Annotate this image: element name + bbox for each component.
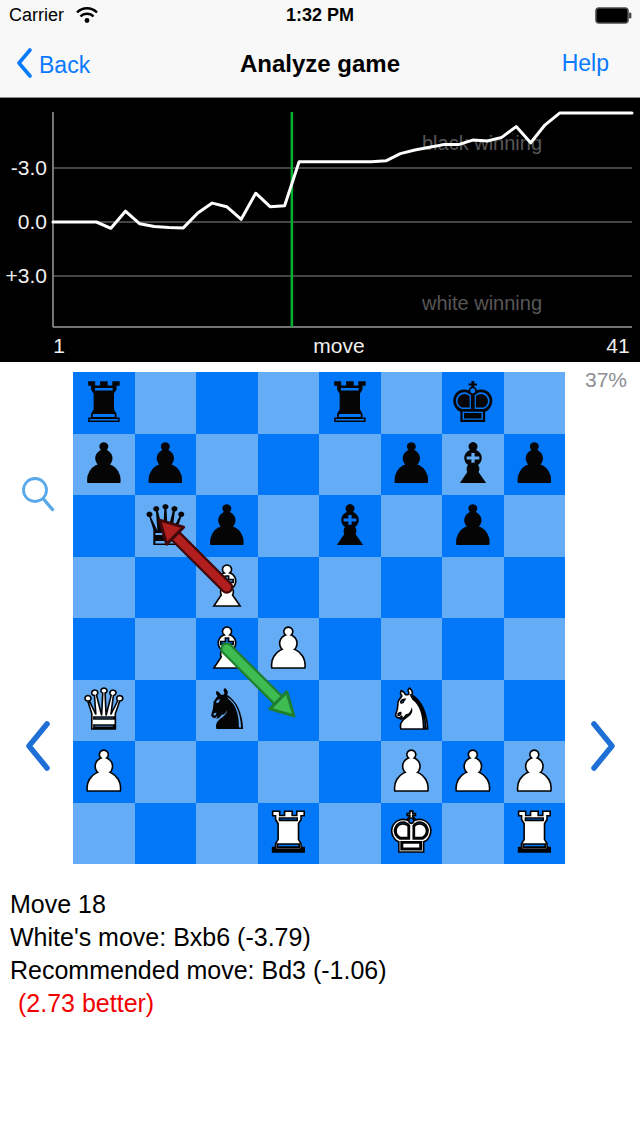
square-g8[interactable]: ♚ [442,372,504,434]
move-number-label: Move 18 [10,888,387,921]
magnifier-icon [18,506,60,523]
square-c5[interactable]: ♝ [196,557,258,619]
chess-board[interactable]: ♜♜♚♟♟♟♝♟♛♟♝♟♝♝♟♛♞♞♟♟♟♟♜♚♜ [73,372,565,864]
square-g6[interactable]: ♟ [442,495,504,557]
ytick-minus3: -3.0 [11,156,47,179]
white-pawn-g2: ♟ [448,744,498,800]
black-king-g8: ♚ [448,375,498,431]
square-h7[interactable]: ♟ [504,434,566,496]
square-f5[interactable] [381,557,443,619]
square-a2[interactable]: ♟ [73,741,135,803]
square-b1[interactable] [135,803,197,865]
square-c2[interactable] [196,741,258,803]
square-c4[interactable]: ♝ [196,618,258,680]
square-g5[interactable] [442,557,504,619]
square-a4[interactable] [73,618,135,680]
black-pawn-f7: ♟ [386,436,436,492]
square-a6[interactable] [73,495,135,557]
help-button[interactable]: Help [562,50,609,77]
battery-icon [595,7,632,28]
white-rook-d1: ♜ [263,805,313,861]
white-bishop-c4: ♝ [202,621,252,677]
black-rook-e8: ♜ [325,375,375,431]
square-d7[interactable] [258,434,320,496]
square-h2[interactable]: ♟ [504,741,566,803]
white-pawn-a2: ♟ [79,744,129,800]
eval-delta-label: (2.73 better) [10,987,387,1020]
clock: 1:32 PM [0,5,640,26]
white-rook-h1: ♜ [509,805,559,861]
square-d8[interactable] [258,372,320,434]
annotation-white-winning: white winning [421,292,542,314]
square-f8[interactable] [381,372,443,434]
square-d3[interactable] [258,680,320,742]
square-f7[interactable]: ♟ [381,434,443,496]
xtick-first: 1 [53,334,65,357]
white-pawn-h2: ♟ [509,744,559,800]
square-a1[interactable] [73,803,135,865]
square-d1[interactable]: ♜ [258,803,320,865]
square-a7[interactable]: ♟ [73,434,135,496]
chevron-left-icon [24,758,52,775]
square-c7[interactable] [196,434,258,496]
white-move-label: White's move: Bxb6 (-3.79) [10,921,387,954]
square-g1[interactable] [442,803,504,865]
square-g7[interactable]: ♝ [442,434,504,496]
black-pawn-a7: ♟ [79,436,129,492]
ytick-zero: 0.0 [18,210,47,233]
square-d5[interactable] [258,557,320,619]
square-h3[interactable] [504,680,566,742]
square-c6[interactable]: ♟ [196,495,258,557]
next-move-button[interactable] [589,720,617,776]
white-knight-f3: ♞ [386,682,436,738]
black-knight-c3: ♞ [202,682,252,738]
black-rook-a8: ♜ [79,375,129,431]
square-g2[interactable]: ♟ [442,741,504,803]
square-f1[interactable]: ♚ [381,803,443,865]
xtick-last: 41 [606,334,629,357]
status-bar: Carrier 1:32 PM [0,0,640,32]
white-queen-a3: ♛ [79,682,129,738]
square-h1[interactable]: ♜ [504,803,566,865]
square-a5[interactable] [73,557,135,619]
square-e8[interactable]: ♜ [319,372,381,434]
square-b8[interactable] [135,372,197,434]
ytick-plus3: +3.0 [6,264,47,287]
analysis-text: Move 18 White's move: Bxb6 (-3.79) Recom… [10,888,387,1020]
square-e1[interactable] [319,803,381,865]
square-e6[interactable]: ♝ [319,495,381,557]
black-pawn-c6: ♟ [202,498,252,554]
square-f6[interactable] [381,495,443,557]
square-h8[interactable] [504,372,566,434]
square-d6[interactable] [258,495,320,557]
square-a8[interactable]: ♜ [73,372,135,434]
black-bishop-e6: ♝ [325,498,375,554]
white-pawn-f2: ♟ [386,744,436,800]
square-f3[interactable]: ♞ [381,680,443,742]
square-f2[interactable]: ♟ [381,741,443,803]
square-b3[interactable] [135,680,197,742]
black-queen-b6: ♛ [140,498,190,554]
square-g4[interactable] [442,618,504,680]
black-pawn-g6: ♟ [448,498,498,554]
square-b7[interactable]: ♟ [135,434,197,496]
square-c1[interactable] [196,803,258,865]
chevron-right-icon [589,758,617,775]
square-b2[interactable] [135,741,197,803]
square-f4[interactable] [381,618,443,680]
eval-curve [53,113,632,228]
square-e5[interactable] [319,557,381,619]
square-e7[interactable] [319,434,381,496]
square-h5[interactable] [504,557,566,619]
white-bishop-c5: ♝ [202,559,252,615]
square-c3[interactable]: ♞ [196,680,258,742]
square-g3[interactable] [442,680,504,742]
previous-move-button[interactable] [24,720,52,776]
square-e4[interactable] [319,618,381,680]
black-pawn-h7: ♟ [509,436,559,492]
square-d4[interactable]: ♟ [258,618,320,680]
board-section: 37% ♜♜♚♟♟♟♝♟♛♟♝♟♝♝♟♛♞♞♟♟♟♟♜♚♜ [0,362,640,880]
black-bishop-g7: ♝ [448,436,498,492]
white-pawn-d4: ♟ [263,621,313,677]
square-c8[interactable] [196,372,258,434]
square-e2[interactable] [319,741,381,803]
square-d2[interactable] [258,741,320,803]
analysis-progress-label: 37% [585,368,627,392]
page-title: Analyze game [0,50,640,78]
x-axis-label: move [313,334,364,357]
square-a3[interactable]: ♛ [73,680,135,742]
white-king-f1: ♚ [386,805,436,861]
nav-bar: Back Analyze game Help [0,32,640,98]
square-h4[interactable] [504,618,566,680]
square-h6[interactable] [504,495,566,557]
square-b6[interactable]: ♛ [135,495,197,557]
square-b4[interactable] [135,618,197,680]
zoom-board-button[interactable] [18,474,60,524]
black-pawn-b7: ♟ [140,436,190,492]
square-e3[interactable] [319,680,381,742]
evaluation-chart[interactable]: black winning white winning -3.0 0.0 +3.… [0,98,640,362]
square-b5[interactable] [135,557,197,619]
recommended-move-label: Recommended move: Bd3 (-1.06) [10,954,387,987]
